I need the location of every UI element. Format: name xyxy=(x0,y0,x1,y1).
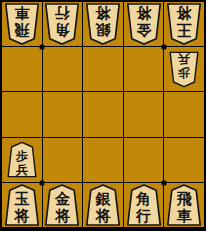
shogi-piece-gote-silver-general[interactable]: 銀将 xyxy=(85,3,121,45)
star-point xyxy=(162,181,167,186)
shogi-piece-gote-gold-general[interactable]: 金将 xyxy=(126,3,162,45)
koma-pentagon-shape xyxy=(4,184,40,226)
koma-pentagon-shape xyxy=(44,184,80,226)
koma-pentagon-shape xyxy=(166,184,202,226)
shogi-piece-sente-pawn[interactable]: 歩兵 xyxy=(7,141,37,178)
board-square-4d[interactable] xyxy=(43,138,83,182)
shogi-piece-sente-rook[interactable]: 飛車 xyxy=(166,184,202,226)
board-square-5e[interactable]: 玉将 xyxy=(2,183,42,227)
star-point xyxy=(40,45,45,50)
shogi-piece-gote-pawn[interactable]: 歩兵 xyxy=(169,51,199,88)
board-square-2d[interactable] xyxy=(124,138,164,182)
board-square-1d[interactable] xyxy=(164,138,204,182)
star-point xyxy=(162,45,167,50)
board-square-3d[interactable] xyxy=(83,138,123,182)
board-square-5d[interactable]: 歩兵 xyxy=(2,138,42,182)
shogi-piece-sente-bishop[interactable]: 角行 xyxy=(126,184,162,226)
koma-pentagon-shape xyxy=(85,3,121,45)
koma-pentagon-shape xyxy=(44,3,80,45)
board-square-5c[interactable] xyxy=(2,92,42,136)
board-square-4c[interactable] xyxy=(43,92,83,136)
board-square-2a[interactable]: 金将 xyxy=(124,2,164,46)
board-grid: 飛車角行銀将金将王将歩兵歩兵玉将金将銀将角行飛車 xyxy=(2,2,204,227)
board-square-1a[interactable]: 王将 xyxy=(164,2,204,46)
shogi-piece-gote-bishop[interactable]: 角行 xyxy=(44,3,80,45)
shogi-piece-sente-gold-general[interactable]: 金将 xyxy=(44,184,80,226)
board-square-4b[interactable] xyxy=(43,47,83,91)
koma-pentagon-shape xyxy=(7,141,37,178)
koma-pentagon-shape xyxy=(169,51,199,88)
board-square-2b[interactable] xyxy=(124,47,164,91)
board-square-4a[interactable]: 角行 xyxy=(43,2,83,46)
shogi-piece-sente-silver-general[interactable]: 銀将 xyxy=(85,184,121,226)
board-square-1e[interactable]: 飛車 xyxy=(164,183,204,227)
board-square-3a[interactable]: 銀将 xyxy=(83,2,123,46)
shogi-piece-sente-king[interactable]: 玉将 xyxy=(4,184,40,226)
koma-pentagon-shape xyxy=(126,184,162,226)
board-square-2c[interactable] xyxy=(124,92,164,136)
shogi-piece-gote-king[interactable]: 王将 xyxy=(166,3,202,45)
koma-pentagon-shape xyxy=(85,184,121,226)
koma-pentagon-shape xyxy=(166,3,202,45)
board-square-1c[interactable] xyxy=(164,92,204,136)
shogi-piece-gote-rook[interactable]: 飛車 xyxy=(4,3,40,45)
board-square-3b[interactable] xyxy=(83,47,123,91)
star-point xyxy=(40,181,45,186)
board-square-4e[interactable]: 金将 xyxy=(43,183,83,227)
koma-pentagon-shape xyxy=(126,3,162,45)
board-square-2e[interactable]: 角行 xyxy=(124,183,164,227)
board-square-1b[interactable]: 歩兵 xyxy=(164,47,204,91)
board-square-5b[interactable] xyxy=(2,47,42,91)
shogi-board-frame: 飛車角行銀将金将王将歩兵歩兵玉将金将銀将角行飛車 xyxy=(0,0,206,231)
board-square-5a[interactable]: 飛車 xyxy=(2,2,42,46)
board-square-3c[interactable] xyxy=(83,92,123,136)
koma-pentagon-shape xyxy=(4,3,40,45)
board-square-3e[interactable]: 銀将 xyxy=(83,183,123,227)
